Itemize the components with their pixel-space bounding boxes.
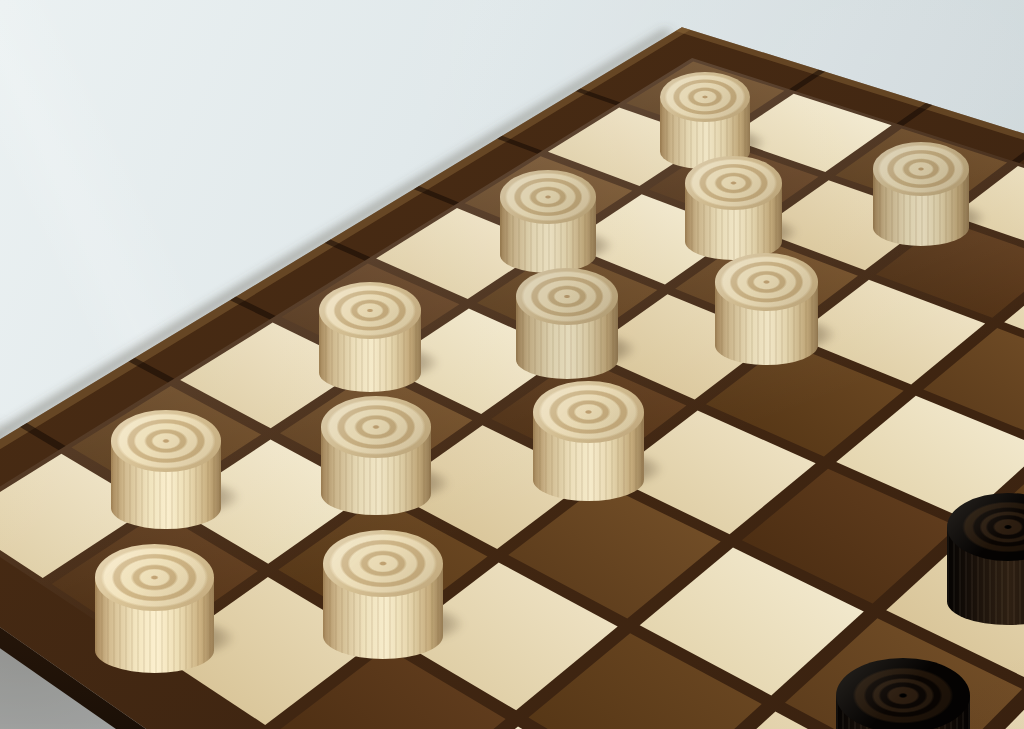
checkers-board (0, 0, 1024, 729)
photo-scene (0, 0, 1024, 729)
board-surface (0, 27, 1024, 729)
